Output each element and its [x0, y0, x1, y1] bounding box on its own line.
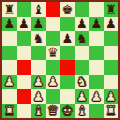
- square-d6[interactable]: [46, 31, 61, 46]
- square-a8[interactable]: ♜: [2, 2, 17, 17]
- square-f8[interactable]: [75, 2, 90, 17]
- piece-white-knight[interactable]: ♞: [76, 75, 88, 88]
- square-a4[interactable]: [2, 60, 17, 75]
- square-e1[interactable]: ♚: [60, 104, 75, 119]
- square-b2[interactable]: [17, 89, 32, 104]
- piece-white-bishop[interactable]: ♝: [32, 104, 44, 117]
- square-b1[interactable]: [17, 104, 32, 119]
- piece-white-pawn[interactable]: ♟: [32, 89, 44, 102]
- piece-white-queen[interactable]: ♛: [47, 104, 59, 117]
- square-h7[interactable]: ♟: [104, 17, 119, 32]
- square-b8[interactable]: [17, 2, 32, 17]
- piece-white-pawn[interactable]: ♟: [90, 89, 102, 102]
- square-a2[interactable]: [2, 89, 17, 104]
- piece-black-king[interactable]: ♚: [61, 2, 73, 15]
- square-f5[interactable]: [75, 46, 90, 61]
- piece-white-pawn[interactable]: ♟: [3, 75, 15, 88]
- piece-white-pawn[interactable]: ♟: [105, 89, 117, 102]
- square-h8[interactable]: ♜: [104, 2, 119, 17]
- piece-black-pawn[interactable]: ♟: [105, 17, 117, 30]
- square-e6[interactable]: ♟: [60, 31, 75, 46]
- square-e8[interactable]: ♚: [60, 2, 75, 17]
- piece-black-pawn[interactable]: ♟: [61, 31, 73, 44]
- square-e4[interactable]: [60, 60, 75, 75]
- piece-white-rook[interactable]: ♜: [3, 104, 15, 117]
- square-h5[interactable]: [104, 46, 119, 61]
- square-c7[interactable]: ♟: [31, 17, 46, 32]
- square-b3[interactable]: [17, 75, 32, 90]
- square-c2[interactable]: ♟: [31, 89, 46, 104]
- square-e5[interactable]: [60, 46, 75, 61]
- piece-white-bishop[interactable]: ♝: [76, 104, 88, 117]
- piece-black-rook[interactable]: ♜: [3, 2, 15, 15]
- square-c6[interactable]: ♞: [31, 31, 46, 46]
- square-f2[interactable]: ♟: [75, 89, 90, 104]
- square-f6[interactable]: ♞: [75, 31, 90, 46]
- square-c3[interactable]: ♟: [31, 75, 46, 90]
- square-d1[interactable]: ♛: [46, 104, 61, 119]
- piece-white-pawn[interactable]: ♟: [76, 89, 88, 102]
- square-b5[interactable]: [17, 46, 32, 61]
- square-d2[interactable]: [46, 89, 61, 104]
- square-d7[interactable]: [46, 17, 61, 32]
- square-g8[interactable]: [89, 2, 104, 17]
- square-f3[interactable]: ♞: [75, 75, 90, 90]
- square-b6[interactable]: [17, 31, 32, 46]
- chess-board: ♜♝♚♜♟♟♟♟♟♟♞♟♞♛♟♟♟♞♟♟♟♟♜♝♛♚♝♜: [0, 0, 120, 120]
- square-d5[interactable]: ♛: [46, 46, 61, 61]
- piece-white-king[interactable]: ♚: [61, 104, 73, 117]
- square-a5[interactable]: [2, 46, 17, 61]
- square-c1[interactable]: ♝: [31, 104, 46, 119]
- square-e3[interactable]: [60, 75, 75, 90]
- square-a7[interactable]: ♟: [2, 17, 17, 32]
- square-e7[interactable]: [60, 17, 75, 32]
- square-f4[interactable]: [75, 60, 90, 75]
- piece-white-rook[interactable]: ♜: [105, 104, 117, 117]
- piece-black-knight[interactable]: ♞: [76, 31, 88, 44]
- square-b4[interactable]: [17, 60, 32, 75]
- square-h6[interactable]: [104, 31, 119, 46]
- piece-black-queen[interactable]: ♛: [47, 46, 59, 59]
- square-c8[interactable]: ♝: [31, 2, 46, 17]
- piece-black-pawn[interactable]: ♟: [76, 17, 88, 30]
- square-g3[interactable]: [89, 75, 104, 90]
- square-h1[interactable]: ♜: [104, 104, 119, 119]
- piece-white-pawn[interactable]: ♟: [32, 75, 44, 88]
- square-a1[interactable]: ♜: [2, 104, 17, 119]
- square-g1[interactable]: [89, 104, 104, 119]
- piece-black-knight[interactable]: ♞: [32, 31, 44, 44]
- square-d4[interactable]: [46, 60, 61, 75]
- square-g4[interactable]: [89, 60, 104, 75]
- square-a3[interactable]: ♟: [2, 75, 17, 90]
- piece-black-bishop[interactable]: ♝: [32, 2, 44, 15]
- piece-black-pawn[interactable]: ♟: [32, 17, 44, 30]
- piece-black-pawn[interactable]: ♟: [18, 17, 30, 30]
- square-f7[interactable]: ♟: [75, 17, 90, 32]
- square-d3[interactable]: ♟: [46, 75, 61, 90]
- piece-white-pawn[interactable]: ♟: [47, 75, 59, 88]
- square-g6[interactable]: [89, 31, 104, 46]
- square-g5[interactable]: [89, 46, 104, 61]
- square-g7[interactable]: ♟: [89, 17, 104, 32]
- square-c5[interactable]: [31, 46, 46, 61]
- square-h3[interactable]: [104, 75, 119, 90]
- square-c4[interactable]: [31, 60, 46, 75]
- square-g2[interactable]: ♟: [89, 89, 104, 104]
- square-h4[interactable]: [104, 60, 119, 75]
- square-d8[interactable]: [46, 2, 61, 17]
- piece-black-pawn[interactable]: ♟: [90, 17, 102, 30]
- square-f1[interactable]: ♝: [75, 104, 90, 119]
- square-b7[interactable]: ♟: [17, 17, 32, 32]
- square-a6[interactable]: [2, 31, 17, 46]
- piece-black-rook[interactable]: ♜: [105, 2, 117, 15]
- square-e2[interactable]: [60, 89, 75, 104]
- square-h2[interactable]: ♟: [104, 89, 119, 104]
- piece-black-pawn[interactable]: ♟: [3, 17, 15, 30]
